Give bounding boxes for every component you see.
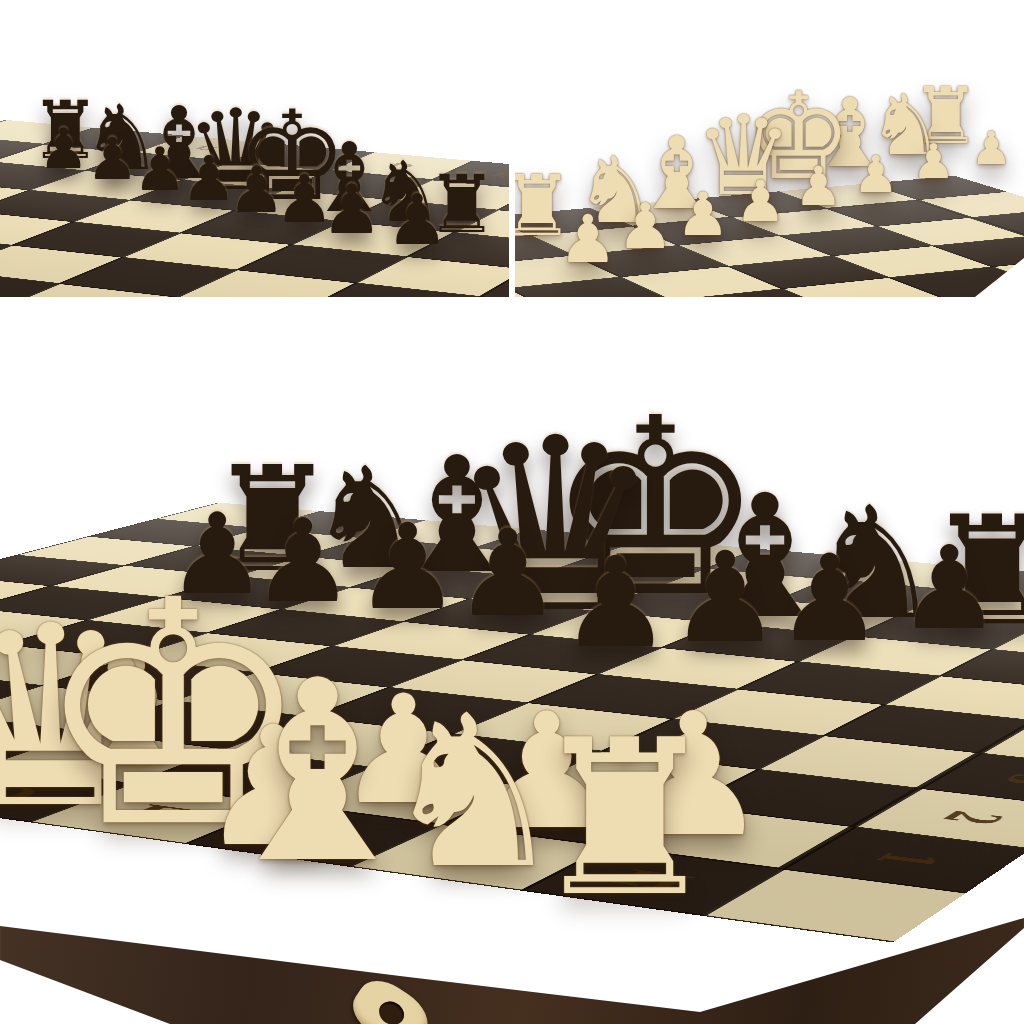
chess-set-collage: ABCDEFGHABCDEFGH ♜♞♝♛♚♝♞♜♟♟♟♟♟♟♟♟ 123456… <box>0 0 1024 1024</box>
chessboard-plane-black-army: ABCDEFGHABCDEFGH <box>0 120 509 297</box>
panel-black-army: ABCDEFGHABCDEFGH ♜♞♝♛♚♝♞♜♟♟♟♟♟♟♟♟ <box>0 0 509 297</box>
chessboard-plane-white-army: 12345678ABCDEFGH <box>515 176 1024 297</box>
piece-white-rook: ♜ <box>911 77 981 155</box>
piece-white-knight: ♞ <box>868 83 943 167</box>
board-field-outline <box>515 200 1024 297</box>
panel-white-army: 12345678ABCDEFGH ♜♞♝♛♚♝♞♜♟♟♟♟♟♟♟♟ <box>515 0 1024 297</box>
piece-white-bishop: ♝ <box>807 87 892 182</box>
piece-white-king: ♚ <box>745 78 853 198</box>
chessboard-plane-main: ABCDEFGH12345678 <box>0 503 1024 943</box>
latch-hole-icon <box>375 997 409 1024</box>
panel-main-board: ABCDEFGH12345678 ♜♞♝♛♚♝♞♜♟♟♟♟♟♟♟♟♛♝♚♟♝♟♞… <box>0 300 1024 1024</box>
box-latch <box>344 971 438 1024</box>
piece-white-pawn: ♟ <box>971 125 1012 171</box>
